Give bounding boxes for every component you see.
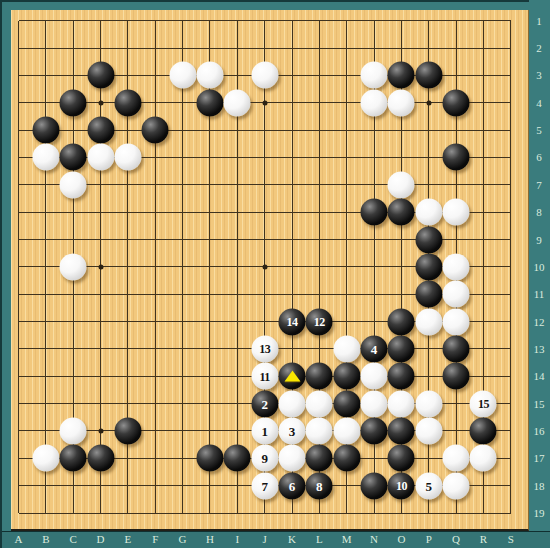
go-stone-black[interactable] [388,417,415,444]
go-stone-white[interactable] [388,89,415,116]
go-stone-black[interactable] [388,308,415,335]
hoshi-point [426,100,431,105]
go-stone-black[interactable] [443,363,470,390]
go-stone-white[interactable] [443,472,470,499]
move-number-label: 1 [261,424,268,437]
row-label: 17 [534,453,545,464]
move-number-label: 9 [261,452,268,465]
row-label: 1 [536,15,542,26]
move-number-label: 6 [289,479,296,492]
go-stone-black[interactable] [470,417,497,444]
go-stone-black[interactable] [388,445,415,472]
column-label: S [508,534,514,545]
go-stone-white[interactable] [388,390,415,417]
go-stone-white[interactable] [470,445,497,472]
move-number-label: 12 [314,316,325,328]
go-stone-white[interactable] [169,62,196,89]
go-stone-black[interactable] [388,363,415,390]
go-stone-white[interactable] [224,89,251,116]
go-stone-black[interactable] [361,199,388,226]
go-stone-black[interactable] [114,417,141,444]
go-stone-white[interactable]: 15 [470,390,497,417]
row-label: 9 [536,234,542,245]
go-stone-white[interactable] [361,363,388,390]
hoshi-point [98,428,103,433]
go-stone-white[interactable]: 1 [251,417,278,444]
triangle-marker-icon [284,371,300,382]
go-stone-white[interactable]: 9 [251,445,278,472]
go-stone-black[interactable]: 4 [361,335,388,362]
row-label: 4 [536,97,542,108]
go-stone-black[interactable] [60,445,87,472]
go-stone-black[interactable] [87,62,114,89]
go-stone-black[interactable] [87,445,114,472]
go-stone-white[interactable]: 11 [251,363,278,390]
go-stone-black[interactable] [196,89,223,116]
go-stone-black[interactable] [443,335,470,362]
go-stone-black[interactable] [333,363,360,390]
go-stone-white[interactable]: 5 [415,472,442,499]
go-stone-black[interactable] [142,117,169,144]
go-stone-black[interactable]: 10 [388,472,415,499]
go-stone-white[interactable] [196,62,223,89]
go-stone-black[interactable]: 6 [279,472,306,499]
column-label: A [15,534,23,545]
go-stone-white[interactable] [361,62,388,89]
go-stone-black[interactable] [388,62,415,89]
row-label: 6 [536,152,542,163]
column-label: I [235,534,239,545]
move-number-label: 4 [371,342,378,355]
go-stone-white[interactable] [306,390,333,417]
column-label: C [70,534,77,545]
column-label: H [206,534,214,545]
column-label: R [480,534,487,545]
column-label: G [179,534,187,545]
move-number-label: 8 [316,479,323,492]
hoshi-point [98,100,103,105]
go-stone-black[interactable]: 8 [306,472,333,499]
go-stone-black[interactable] [114,89,141,116]
go-stone-white[interactable] [251,62,278,89]
go-stone-white[interactable] [415,308,442,335]
go-stone-black[interactable] [415,62,442,89]
go-stone-black[interactable] [60,144,87,171]
go-stone-black[interactable] [415,226,442,253]
column-label: D [97,534,105,545]
go-stone-black[interactable] [87,117,114,144]
go-stone-black[interactable] [388,335,415,362]
go-stone-black[interactable] [196,445,223,472]
go-stone-white[interactable] [60,253,87,280]
move-number-label: 7 [261,479,268,492]
go-stone-white[interactable] [443,308,470,335]
column-label: O [397,534,405,545]
move-number-label: 10 [396,480,407,492]
column-label: L [316,534,323,545]
column-coordinates-strip [0,531,550,548]
go-stone-black[interactable] [333,390,360,417]
go-stone-white[interactable]: 3 [279,417,306,444]
move-number-label: 3 [289,424,296,437]
go-stone-black[interactable] [361,472,388,499]
column-label: N [370,534,378,545]
go-stone-black[interactable] [388,199,415,226]
go-stone-white[interactable] [87,144,114,171]
hoshi-point [262,100,267,105]
go-stone-black[interactable] [32,117,59,144]
go-stone-white[interactable] [32,144,59,171]
column-label: K [288,534,296,545]
go-stone-white[interactable] [306,417,333,444]
row-label: 2 [536,43,542,54]
move-number-label: 11 [259,370,269,382]
move-number-label: 14 [287,316,298,328]
row-label: 13 [534,343,545,354]
move-number-label: 13 [259,343,270,355]
row-label: 8 [536,207,542,218]
move-number-label: 2 [261,397,268,410]
go-stone-white[interactable] [333,335,360,362]
column-label: P [426,534,432,545]
board-frame: 141213411215139768105 ABCDEFGHIJKLMNOPQR… [0,0,550,548]
go-stone-black[interactable] [333,445,360,472]
go-stone-white[interactable] [443,445,470,472]
go-stone-white[interactable] [415,199,442,226]
go-stone-white[interactable] [388,171,415,198]
go-stone-black[interactable] [60,89,87,116]
move-number-label: 5 [426,479,433,492]
row-label: 16 [534,425,545,436]
column-label: E [125,534,132,545]
go-stone-white[interactable] [415,390,442,417]
hoshi-point [262,264,267,269]
go-stone-white[interactable] [443,253,470,280]
row-label: 11 [534,289,545,300]
go-stone-white[interactable] [114,144,141,171]
go-stone-black[interactable] [415,281,442,308]
column-label: B [42,534,49,545]
go-stone-white[interactable] [443,199,470,226]
column-label: J [263,534,267,545]
go-stone-black[interactable] [443,89,470,116]
go-stone-white[interactable] [361,89,388,116]
row-label: 12 [534,316,545,327]
go-stone-black[interactable]: 2 [251,390,278,417]
column-label: M [342,534,352,545]
go-stone-black[interactable]: 14 [279,308,306,335]
row-label: 7 [536,179,542,190]
go-stone-black[interactable] [224,445,251,472]
go-stone-white[interactable]: 7 [251,472,278,499]
go-stone-white[interactable] [415,417,442,444]
move-number-label: 15 [478,398,489,410]
go-stone-black[interactable]: 12 [306,308,333,335]
row-label: 18 [534,480,545,491]
go-stone-white[interactable] [279,445,306,472]
go-stone-black[interactable] [443,144,470,171]
go-stone-white[interactable] [333,417,360,444]
row-label: 19 [534,508,545,519]
go-stone-white[interactable] [60,171,87,198]
row-label: 10 [534,261,545,272]
go-stone-black[interactable] [361,417,388,444]
row-label: 15 [534,398,545,409]
go-stone-black[interactable] [279,363,306,390]
go-stone-white[interactable] [32,445,59,472]
column-label: Q [452,534,460,545]
go-stone-black[interactable] [306,445,333,472]
go-stone-white[interactable] [60,417,87,444]
go-stone-black[interactable] [306,363,333,390]
go-stone-white[interactable] [279,390,306,417]
go-stone-white[interactable] [361,390,388,417]
column-label: F [152,534,158,545]
hoshi-point [98,264,103,269]
go-stone-white[interactable]: 13 [251,335,278,362]
go-stone-white[interactable] [443,281,470,308]
go-stone-black[interactable] [415,253,442,280]
row-label: 14 [534,371,545,382]
row-label: 5 [536,125,542,136]
row-label: 3 [536,70,542,81]
